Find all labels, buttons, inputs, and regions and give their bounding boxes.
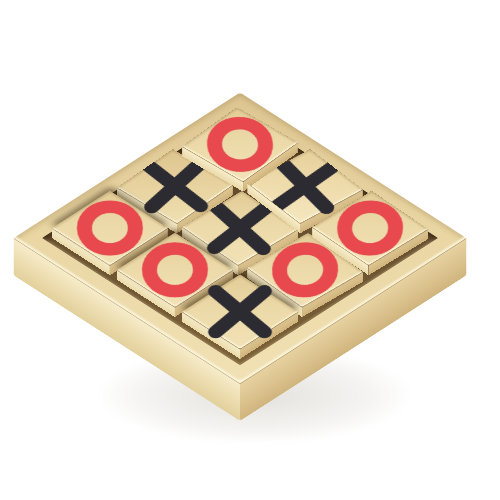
- o-mark: [77, 200, 143, 255]
- product-photo-page: { "game": "tic-tac-toe", "product": { "d…: [0, 0, 500, 500]
- o-mark: [336, 200, 404, 256]
- o-mark: [205, 116, 275, 173]
- scene: [0, 0, 500, 500]
- o-mark: [142, 242, 208, 297]
